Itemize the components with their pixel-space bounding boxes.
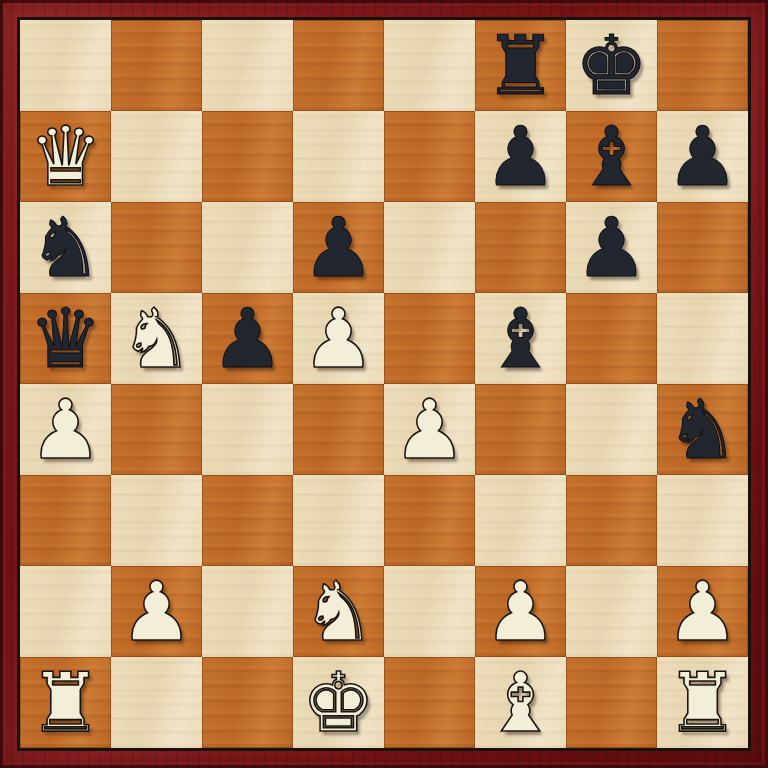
square-d8[interactable] [293,20,384,111]
board-frame: ♜♚♛♟♝♟♞♟♟♛♞♟♟♝♟♟♞♟♞♟♟♜♚♝♜ [0,0,768,768]
square-e6[interactable] [384,202,475,293]
white-pawn-b2[interactable]: ♟ [120,566,194,657]
square-f5[interactable]: ♝ [475,293,566,384]
square-h5[interactable] [657,293,748,384]
square-b2[interactable]: ♟ [111,566,202,657]
square-a5[interactable]: ♛ [20,293,111,384]
square-e3[interactable] [384,475,475,566]
square-b3[interactable] [111,475,202,566]
white-pawn-a4[interactable]: ♟ [29,384,103,475]
square-b8[interactable] [111,20,202,111]
square-c3[interactable] [202,475,293,566]
square-h1[interactable]: ♜ [657,657,748,748]
white-queen-a7[interactable]: ♛ [29,111,103,202]
square-c7[interactable] [202,111,293,202]
square-c4[interactable] [202,384,293,475]
square-g6[interactable]: ♟ [566,202,657,293]
square-f7[interactable]: ♟ [475,111,566,202]
square-a4[interactable]: ♟ [20,384,111,475]
white-pawn-h2[interactable]: ♟ [666,566,740,657]
square-f6[interactable] [475,202,566,293]
square-e8[interactable] [384,20,475,111]
black-bishop-g7[interactable]: ♝ [575,111,649,202]
square-a7[interactable]: ♛ [20,111,111,202]
square-e1[interactable] [384,657,475,748]
square-d2[interactable]: ♞ [293,566,384,657]
square-d4[interactable] [293,384,384,475]
square-e7[interactable] [384,111,475,202]
white-knight-b5[interactable]: ♞ [120,293,194,384]
white-pawn-f2[interactable]: ♟ [484,566,558,657]
white-rook-h1[interactable]: ♜ [666,657,740,748]
square-e5[interactable] [384,293,475,384]
square-d5[interactable]: ♟ [293,293,384,384]
square-h2[interactable]: ♟ [657,566,748,657]
chess-board: ♜♚♛♟♝♟♞♟♟♛♞♟♟♝♟♟♞♟♞♟♟♜♚♝♜ [20,20,748,748]
black-bishop-f5[interactable]: ♝ [484,293,558,384]
black-pawn-d6[interactable]: ♟ [302,202,376,293]
board-inner-frame: ♜♚♛♟♝♟♞♟♟♛♞♟♟♝♟♟♞♟♞♟♟♜♚♝♜ [17,17,751,751]
black-rook-f8[interactable]: ♜ [484,20,558,111]
square-h4[interactable]: ♞ [657,384,748,475]
square-d3[interactable] [293,475,384,566]
square-a6[interactable]: ♞ [20,202,111,293]
black-knight-h4[interactable]: ♞ [666,384,740,475]
white-rook-a1[interactable]: ♜ [29,657,103,748]
white-king-d1[interactable]: ♚ [302,657,376,748]
square-d6[interactable]: ♟ [293,202,384,293]
square-g3[interactable] [566,475,657,566]
white-pawn-e4[interactable]: ♟ [393,384,467,475]
black-knight-a6[interactable]: ♞ [29,202,103,293]
square-h8[interactable] [657,20,748,111]
square-b6[interactable] [111,202,202,293]
white-knight-d2[interactable]: ♞ [302,566,376,657]
black-pawn-f7[interactable]: ♟ [484,111,558,202]
square-b5[interactable]: ♞ [111,293,202,384]
black-pawn-g6[interactable]: ♟ [575,202,649,293]
square-g1[interactable] [566,657,657,748]
square-b4[interactable] [111,384,202,475]
square-b7[interactable] [111,111,202,202]
square-d1[interactable]: ♚ [293,657,384,748]
black-pawn-h7[interactable]: ♟ [666,111,740,202]
square-g4[interactable] [566,384,657,475]
square-g7[interactable]: ♝ [566,111,657,202]
black-queen-a5[interactable]: ♛ [29,293,103,384]
square-h6[interactable] [657,202,748,293]
square-f4[interactable] [475,384,566,475]
square-c1[interactable] [202,657,293,748]
white-bishop-f1[interactable]: ♝ [484,657,558,748]
black-pawn-c5[interactable]: ♟ [211,293,285,384]
black-king-g8[interactable]: ♚ [575,20,649,111]
square-f8[interactable]: ♜ [475,20,566,111]
square-a1[interactable]: ♜ [20,657,111,748]
square-f2[interactable]: ♟ [475,566,566,657]
square-h3[interactable] [657,475,748,566]
square-g8[interactable]: ♚ [566,20,657,111]
square-c6[interactable] [202,202,293,293]
square-c2[interactable] [202,566,293,657]
square-c8[interactable] [202,20,293,111]
white-pawn-d5[interactable]: ♟ [302,293,376,384]
square-f1[interactable]: ♝ [475,657,566,748]
square-f3[interactable] [475,475,566,566]
square-e2[interactable] [384,566,475,657]
square-g5[interactable] [566,293,657,384]
square-c5[interactable]: ♟ [202,293,293,384]
square-a8[interactable] [20,20,111,111]
square-e4[interactable]: ♟ [384,384,475,475]
square-g2[interactable] [566,566,657,657]
square-a2[interactable] [20,566,111,657]
square-a3[interactable] [20,475,111,566]
square-h7[interactable]: ♟ [657,111,748,202]
square-b1[interactable] [111,657,202,748]
square-d7[interactable] [293,111,384,202]
